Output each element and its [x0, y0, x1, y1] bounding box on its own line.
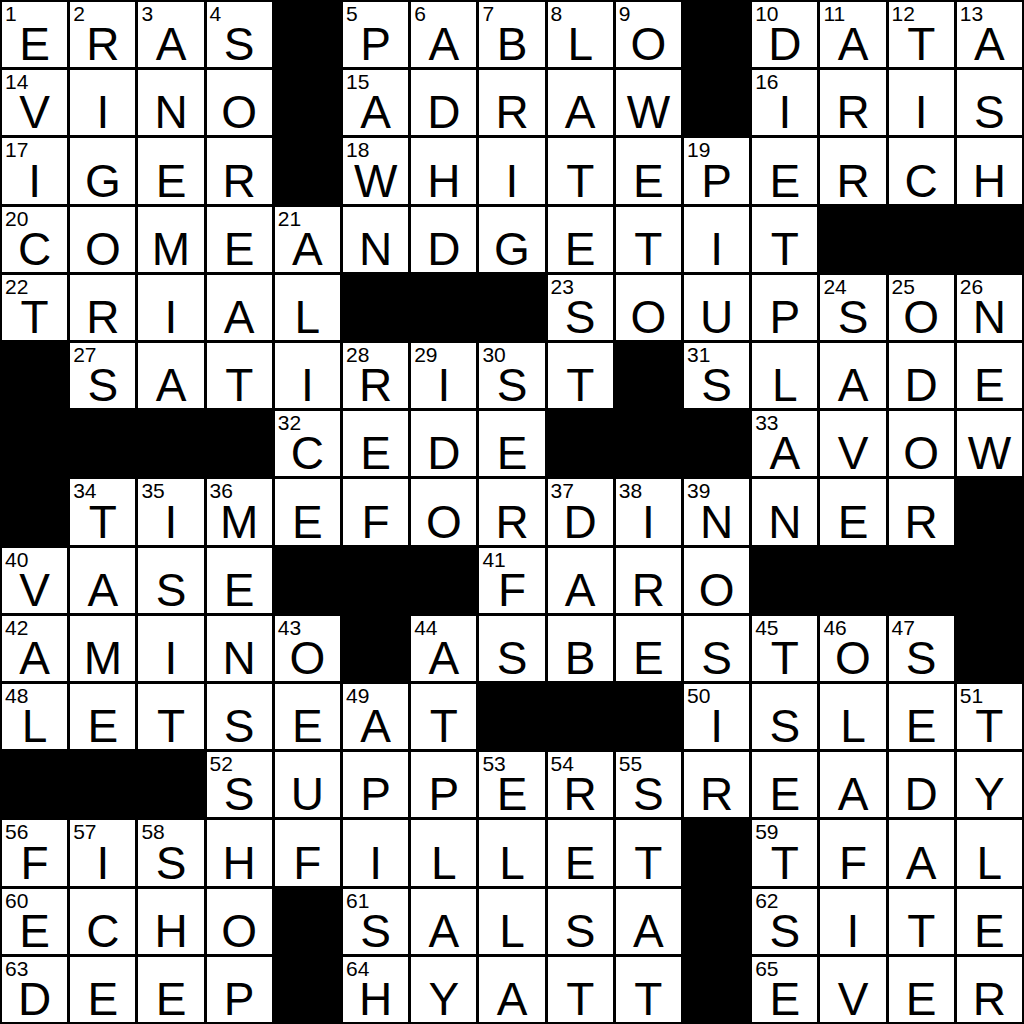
cell-r5c1[interactable]: 22T: [2, 275, 67, 340]
cell-letter: S: [224, 703, 255, 749]
clue-number-5: 5: [346, 3, 358, 25]
cell-letter: R: [223, 158, 256, 204]
cell-r8c7[interactable]: O: [411, 479, 476, 544]
cell-r1c13[interactable]: 11A: [820, 2, 885, 67]
cell-r1c10[interactable]: 9O: [616, 2, 681, 67]
cell-r12c14[interactable]: D: [889, 752, 954, 817]
cell-r2c2[interactable]: I: [70, 70, 135, 135]
cell-r3c3[interactable]: E: [138, 138, 203, 203]
cell-letter: T: [907, 21, 935, 67]
block-cell-r7c2: [70, 411, 135, 476]
cell-r5c14[interactable]: 25O: [889, 275, 954, 340]
clue-number-35: 35: [141, 480, 164, 502]
cell-r2c10[interactable]: W: [616, 70, 681, 135]
cell-letter: A: [428, 635, 459, 681]
clue-number-54: 54: [551, 753, 574, 775]
cell-r13c5[interactable]: F: [275, 820, 340, 885]
cell-r12c13[interactable]: A: [820, 752, 885, 817]
cell-letter: I: [301, 362, 314, 408]
cell-r14c1[interactable]: 60E: [2, 889, 67, 954]
cell-r15c4[interactable]: P: [207, 957, 272, 1022]
cell-r9c9[interactable]: A: [548, 548, 613, 613]
cell-letter: A: [633, 908, 664, 954]
cell-letter: T: [225, 362, 253, 408]
cell-r9c2[interactable]: A: [70, 548, 135, 613]
cell-letter: N: [700, 499, 733, 545]
cell-letter: E: [633, 635, 664, 681]
cell-r6c9[interactable]: T: [548, 343, 613, 408]
clue-number-40: 40: [5, 549, 28, 571]
cell-r15c2[interactable]: E: [70, 957, 135, 1022]
cell-letter: D: [18, 976, 51, 1022]
cell-r12c12[interactable]: E: [752, 752, 817, 817]
cell-r6c2[interactable]: 27S: [70, 343, 135, 408]
clue-number-57: 57: [73, 821, 96, 843]
block-cell-r1c11: [684, 2, 749, 67]
cell-r13c10[interactable]: T: [616, 820, 681, 885]
cell-r7c8[interactable]: E: [479, 411, 544, 476]
cell-r2c8[interactable]: R: [479, 70, 544, 135]
block-cell-r5c6: [343, 275, 408, 340]
cell-letter: I: [915, 89, 928, 135]
cell-r14c14[interactable]: T: [889, 889, 954, 954]
cell-letter: H: [427, 158, 460, 204]
cell-letter: F: [21, 840, 49, 886]
cell-r10c3[interactable]: I: [138, 616, 203, 681]
block-cell-r7c4: [207, 411, 272, 476]
cell-r13c12[interactable]: 59T: [752, 820, 817, 885]
clue-number-6: 6: [414, 3, 426, 25]
cell-r2c9[interactable]: A: [548, 70, 613, 135]
clue-number-2: 2: [73, 3, 85, 25]
cell-r1c2[interactable]: 2R: [70, 2, 135, 67]
cell-letter: L: [772, 362, 798, 408]
cell-r15c10[interactable]: T: [616, 957, 681, 1022]
cell-r14c7[interactable]: A: [411, 889, 476, 954]
crossword-grid: 1E2R3A4S5P6A7B8L9O10D11A12T13A14VINO15AD…: [0, 0, 1024, 1024]
cell-r11c5[interactable]: E: [275, 684, 340, 749]
cell-r8c2[interactable]: 34T: [70, 479, 135, 544]
cell-r14c6[interactable]: 61S: [343, 889, 408, 954]
cell-r4c11[interactable]: I: [684, 207, 749, 272]
cell-letter: S: [224, 21, 255, 67]
cell-r5c12[interactable]: P: [752, 275, 817, 340]
cell-letter: F: [293, 840, 321, 886]
cell-r14c13[interactable]: I: [820, 889, 885, 954]
cell-r13c8[interactable]: L: [479, 820, 544, 885]
cell-r4c7[interactable]: D: [411, 207, 476, 272]
clue-number-30: 30: [482, 344, 505, 366]
cell-r4c9[interactable]: E: [548, 207, 613, 272]
cell-letter: T: [975, 703, 1003, 749]
cell-letter: A: [19, 635, 50, 681]
cell-r8c11[interactable]: 39N: [684, 479, 749, 544]
cell-r7c15[interactable]: W: [957, 411, 1022, 476]
clue-number-3: 3: [141, 3, 153, 25]
cell-r10c11[interactable]: S: [684, 616, 749, 681]
cell-letter: A: [156, 21, 187, 67]
cell-letter: A: [974, 21, 1005, 67]
cell-r1c6[interactable]: 5P: [343, 2, 408, 67]
cell-r8c4[interactable]: 36M: [207, 479, 272, 544]
cell-r2c13[interactable]: R: [820, 70, 885, 135]
cell-r14c4[interactable]: O: [207, 889, 272, 954]
cell-r15c12[interactable]: 65E: [752, 957, 817, 1022]
cell-r14c2[interactable]: C: [70, 889, 135, 954]
cell-r1c12[interactable]: 10D: [752, 2, 817, 67]
cell-r1c9[interactable]: 8L: [548, 2, 613, 67]
cell-r8c10[interactable]: 38I: [616, 479, 681, 544]
cell-letter: W: [354, 158, 397, 204]
clue-number-24: 24: [823, 276, 846, 298]
cell-letter: L: [22, 703, 48, 749]
cell-r7c12[interactable]: 33A: [752, 411, 817, 476]
cell-r4c4[interactable]: E: [207, 207, 272, 272]
cell-r15c1[interactable]: 63D: [2, 957, 67, 1022]
cell-r10c7[interactable]: 44A: [411, 616, 476, 681]
cell-r11c13[interactable]: L: [820, 684, 885, 749]
cell-letter: E: [497, 771, 528, 817]
cell-r11c14[interactable]: E: [889, 684, 954, 749]
cell-letter: N: [768, 499, 801, 545]
cell-r14c15[interactable]: E: [957, 889, 1022, 954]
cell-r8c13[interactable]: E: [820, 479, 885, 544]
cell-letter: S: [769, 908, 800, 954]
cell-r11c1[interactable]: 48L: [2, 684, 67, 749]
cell-r4c5[interactable]: 21A: [275, 207, 340, 272]
cell-r10c12[interactable]: 45T: [752, 616, 817, 681]
cell-letter: S: [497, 635, 528, 681]
cell-r13c3[interactable]: 58S: [138, 820, 203, 885]
cell-r10c5[interactable]: 43O: [275, 616, 340, 681]
cell-r6c15[interactable]: E: [957, 343, 1022, 408]
cell-letter: A: [838, 21, 869, 67]
cell-r11c2[interactable]: E: [70, 684, 135, 749]
cell-r1c1[interactable]: 1E: [2, 2, 67, 67]
block-cell-r11c10: [616, 684, 681, 749]
cell-r3c13[interactable]: R: [820, 138, 885, 203]
cell-letter: O: [290, 635, 326, 681]
cell-r14c3[interactable]: H: [138, 889, 203, 954]
cell-r14c10[interactable]: A: [616, 889, 681, 954]
cell-letter: S: [633, 771, 664, 817]
clue-number-28: 28: [346, 344, 369, 366]
clue-number-43: 43: [278, 617, 301, 639]
cell-r10c14[interactable]: 47S: [889, 616, 954, 681]
cell-r5c11[interactable]: U: [684, 275, 749, 340]
cell-r6c5[interactable]: I: [275, 343, 340, 408]
cell-letter: W: [968, 430, 1011, 476]
cell-letter: E: [87, 703, 118, 749]
cell-r7c5[interactable]: 32C: [275, 411, 340, 476]
cell-r11c3[interactable]: T: [138, 684, 203, 749]
cell-r5c2[interactable]: R: [70, 275, 135, 340]
cell-letter: A: [769, 430, 800, 476]
cell-r2c12[interactable]: 16I: [752, 70, 817, 135]
cell-r6c14[interactable]: D: [889, 343, 954, 408]
cell-r3c10[interactable]: E: [616, 138, 681, 203]
cell-r12c9[interactable]: 54R: [548, 752, 613, 817]
cell-r12c5[interactable]: U: [275, 752, 340, 817]
cell-r6c4[interactable]: T: [207, 343, 272, 408]
cell-r15c6[interactable]: 64H: [343, 957, 408, 1022]
cell-r4c1[interactable]: 20C: [2, 207, 67, 272]
cell-r9c10[interactable]: R: [616, 548, 681, 613]
cell-r3c4[interactable]: R: [207, 138, 272, 203]
cell-r4c6[interactable]: N: [343, 207, 408, 272]
cell-letter: O: [221, 89, 257, 135]
cell-r9c4[interactable]: E: [207, 548, 272, 613]
cell-r7c14[interactable]: O: [889, 411, 954, 476]
cell-letter: I: [778, 89, 791, 135]
cell-r14c9[interactable]: S: [548, 889, 613, 954]
cell-r13c1[interactable]: 56F: [2, 820, 67, 885]
cell-r10c10[interactable]: E: [616, 616, 681, 681]
cell-letter: Y: [974, 771, 1005, 817]
cell-r13c4[interactable]: H: [207, 820, 272, 885]
cell-r2c6[interactable]: 15A: [343, 70, 408, 135]
cell-r3c15[interactable]: H: [957, 138, 1022, 203]
cell-r12c15[interactable]: Y: [957, 752, 1022, 817]
cell-letter: E: [87, 976, 118, 1022]
cell-r12c7[interactable]: P: [411, 752, 476, 817]
clue-number-46: 46: [823, 617, 846, 639]
cell-letter: R: [359, 362, 392, 408]
cell-letter: D: [768, 21, 801, 67]
cell-r12c11[interactable]: R: [684, 752, 749, 817]
cell-r9c11[interactable]: O: [684, 548, 749, 613]
cell-letter: R: [495, 89, 528, 135]
cell-letter: P: [224, 976, 255, 1022]
cell-r12c4[interactable]: 52S: [207, 752, 272, 817]
cell-r8c6[interactable]: F: [343, 479, 408, 544]
cell-r15c9[interactable]: T: [548, 957, 613, 1022]
cell-letter: H: [223, 840, 256, 886]
cell-r2c4[interactable]: O: [207, 70, 272, 135]
cell-letter: L: [499, 908, 525, 954]
cell-r12c8[interactable]: 53E: [479, 752, 544, 817]
cell-r15c14[interactable]: E: [889, 957, 954, 1022]
cell-letter: D: [427, 89, 460, 135]
clue-number-21: 21: [278, 208, 301, 230]
cell-letter: D: [427, 226, 460, 272]
cell-r6c12[interactable]: L: [752, 343, 817, 408]
cell-letter: I: [96, 89, 109, 135]
cell-r2c3[interactable]: N: [138, 70, 203, 135]
cell-r14c12[interactable]: 62S: [752, 889, 817, 954]
cell-r11c7[interactable]: T: [411, 684, 476, 749]
cell-letter: B: [497, 21, 528, 67]
cell-r6c6[interactable]: 28R: [343, 343, 408, 408]
cell-r8c9[interactable]: 37D: [548, 479, 613, 544]
cell-r15c8[interactable]: A: [479, 957, 544, 1022]
cell-r11c11[interactable]: 50I: [684, 684, 749, 749]
cell-r13c6[interactable]: I: [343, 820, 408, 885]
cell-r5c9[interactable]: 23S: [548, 275, 613, 340]
cell-r12c6[interactable]: P: [343, 752, 408, 817]
cell-r6c3[interactable]: A: [138, 343, 203, 408]
cell-letter: R: [495, 499, 528, 545]
cell-letter: I: [28, 158, 41, 204]
cell-r5c10[interactable]: O: [616, 275, 681, 340]
cell-r7c13[interactable]: V: [820, 411, 885, 476]
cell-r13c7[interactable]: L: [411, 820, 476, 885]
cell-r10c2[interactable]: M: [70, 616, 135, 681]
cell-r1c3[interactable]: 3A: [138, 2, 203, 67]
cell-letter: A: [292, 226, 323, 272]
cell-r8c5[interactable]: E: [275, 479, 340, 544]
cell-letter: L: [499, 840, 525, 886]
cell-letter: R: [973, 976, 1006, 1022]
cell-r2c14[interactable]: I: [889, 70, 954, 135]
cell-letter: R: [836, 158, 869, 204]
cell-r9c1[interactable]: 40V: [2, 548, 67, 613]
cell-r10c9[interactable]: B: [548, 616, 613, 681]
cell-r15c15[interactable]: R: [957, 957, 1022, 1022]
cell-r1c4[interactable]: 4S: [207, 2, 272, 67]
cell-letter: F: [362, 499, 390, 545]
clue-number-12: 12: [892, 3, 915, 25]
cell-r11c6[interactable]: 49A: [343, 684, 408, 749]
cell-r4c10[interactable]: T: [616, 207, 681, 272]
clue-number-36: 36: [210, 480, 233, 502]
cell-r4c12[interactable]: T: [752, 207, 817, 272]
cell-r9c3[interactable]: S: [138, 548, 203, 613]
block-cell-r9c5: [275, 548, 340, 613]
cell-r10c8[interactable]: S: [479, 616, 544, 681]
cell-r8c3[interactable]: 35I: [138, 479, 203, 544]
cell-r13c2[interactable]: 57I: [70, 820, 135, 885]
cell-letter: T: [89, 499, 117, 545]
clue-number-1: 1: [5, 3, 17, 25]
cell-letter: W: [627, 89, 670, 135]
cell-r4c3[interactable]: M: [138, 207, 203, 272]
cell-letter: A: [156, 362, 187, 408]
cell-r5c13[interactable]: 24S: [820, 275, 885, 340]
block-cell-r9c14: [889, 548, 954, 613]
cell-letter: A: [565, 567, 596, 613]
cell-r5c15[interactable]: 26N: [957, 275, 1022, 340]
cell-r6c7[interactable]: 29I: [411, 343, 476, 408]
cell-r1c7[interactable]: 6A: [411, 2, 476, 67]
cell-letter: R: [836, 89, 869, 135]
cell-r2c1[interactable]: 14V: [2, 70, 67, 135]
clue-number-8: 8: [551, 3, 563, 25]
cell-letter: C: [291, 430, 324, 476]
cell-letter: C: [86, 908, 119, 954]
cell-r13c14[interactable]: A: [889, 820, 954, 885]
clue-number-48: 48: [5, 685, 28, 707]
block-cell-r4c13: [820, 207, 885, 272]
clue-number-39: 39: [687, 480, 710, 502]
cell-r11c4[interactable]: S: [207, 684, 272, 749]
cell-r10c4[interactable]: N: [207, 616, 272, 681]
cell-letter: E: [497, 430, 528, 476]
block-cell-r7c9: [548, 411, 613, 476]
cell-r1c14[interactable]: 12T: [889, 2, 954, 67]
cell-letter: L: [567, 21, 593, 67]
cell-r13c13[interactable]: F: [820, 820, 885, 885]
cell-r5c4[interactable]: A: [207, 275, 272, 340]
cell-r3c11[interactable]: 19P: [684, 138, 749, 203]
cell-r2c15[interactable]: S: [957, 70, 1022, 135]
cell-letter: V: [19, 567, 50, 613]
cell-r1c15[interactable]: 13A: [957, 2, 1022, 67]
block-cell-r9c13: [820, 548, 885, 613]
cell-letter: I: [506, 158, 519, 204]
cell-letter: L: [840, 703, 866, 749]
cell-r3c1[interactable]: 17I: [2, 138, 67, 203]
cell-r11c15[interactable]: 51T: [957, 684, 1022, 749]
cell-r6c8[interactable]: 30S: [479, 343, 544, 408]
cell-r10c1[interactable]: 42A: [2, 616, 67, 681]
cell-r4c2[interactable]: O: [70, 207, 135, 272]
cell-r1c8[interactable]: 7B: [479, 2, 544, 67]
cell-r6c11[interactable]: 31S: [684, 343, 749, 408]
cell-r15c13[interactable]: V: [820, 957, 885, 1022]
cell-letter: O: [426, 499, 462, 545]
cell-letter: T: [634, 840, 662, 886]
cell-r5c5[interactable]: L: [275, 275, 340, 340]
cell-r13c9[interactable]: E: [548, 820, 613, 885]
block-cell-r6c10: [616, 343, 681, 408]
cell-letter: O: [835, 635, 871, 681]
cell-r13c15[interactable]: L: [957, 820, 1022, 885]
cell-r3c14[interactable]: C: [889, 138, 954, 203]
clue-number-64: 64: [346, 958, 369, 980]
cell-letter: O: [631, 294, 667, 340]
cell-letter: I: [710, 703, 723, 749]
block-cell-r10c15: [957, 616, 1022, 681]
cell-r10c13[interactable]: 46O: [820, 616, 885, 681]
cell-r8c12[interactable]: N: [752, 479, 817, 544]
cell-r8c8[interactable]: R: [479, 479, 544, 544]
clue-number-61: 61: [346, 890, 369, 912]
cell-r3c2[interactable]: G: [70, 138, 135, 203]
cell-r3c9[interactable]: T: [548, 138, 613, 203]
cell-r3c6[interactable]: 18W: [343, 138, 408, 203]
cell-letter: E: [19, 21, 50, 67]
cell-r3c8[interactable]: I: [479, 138, 544, 203]
block-cell-r2c5: [275, 70, 340, 135]
cell-r15c3[interactable]: E: [138, 957, 203, 1022]
cell-r2c7[interactable]: D: [411, 70, 476, 135]
clue-number-44: 44: [414, 617, 437, 639]
cell-letter: D: [427, 430, 460, 476]
cell-r14c8[interactable]: L: [479, 889, 544, 954]
cell-letter: S: [497, 362, 528, 408]
cell-r12c10[interactable]: 55S: [616, 752, 681, 817]
cell-r5c3[interactable]: I: [138, 275, 203, 340]
block-cell-r9c12: [752, 548, 817, 613]
cell-letter: T: [21, 294, 49, 340]
cell-letter: O: [903, 430, 939, 476]
cell-r3c7[interactable]: H: [411, 138, 476, 203]
cell-r11c12[interactable]: S: [752, 684, 817, 749]
cell-r8c14[interactable]: R: [889, 479, 954, 544]
cell-r9c8[interactable]: 41F: [479, 548, 544, 613]
cell-r3c12[interactable]: E: [752, 138, 817, 203]
cell-r7c6[interactable]: E: [343, 411, 408, 476]
cell-r4c8[interactable]: G: [479, 207, 544, 272]
cell-r6c13[interactable]: A: [820, 343, 885, 408]
cell-r7c7[interactable]: D: [411, 411, 476, 476]
cell-r15c7[interactable]: Y: [411, 957, 476, 1022]
block-cell-r3c5: [275, 138, 340, 203]
cell-letter: F: [498, 567, 526, 613]
clue-number-20: 20: [5, 208, 28, 230]
cell-letter: P: [701, 158, 732, 204]
